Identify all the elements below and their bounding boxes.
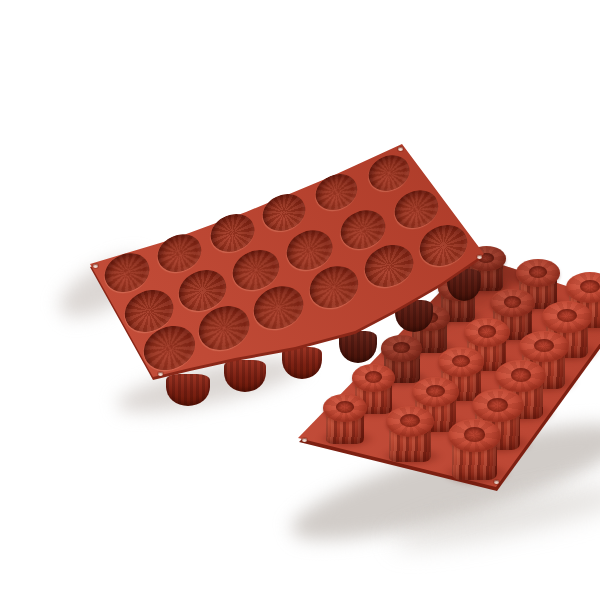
hanging-hole (477, 255, 482, 259)
product-photo (40, 16, 600, 600)
hanging-hole (398, 147, 403, 151)
mold-top-view (40, 16, 600, 600)
hanging-hole (158, 372, 163, 376)
hanging-hole (93, 264, 98, 268)
